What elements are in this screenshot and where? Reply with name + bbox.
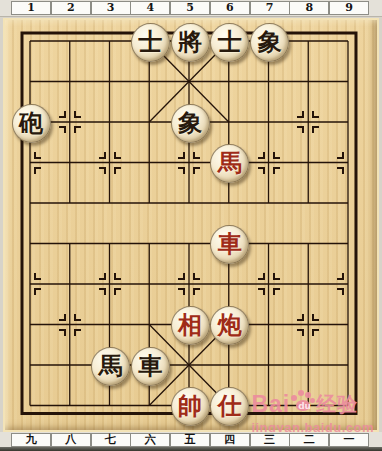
point-marker	[258, 152, 265, 159]
piece-red-elephant[interactable]: 相	[171, 306, 210, 345]
coordinate-cell: 五	[170, 433, 210, 447]
watermark-du-text: du	[298, 402, 311, 411]
point-marker	[34, 152, 41, 159]
point-marker	[74, 126, 81, 133]
point-marker	[74, 314, 81, 321]
point-marker	[273, 288, 280, 295]
point-marker	[74, 111, 81, 118]
point-marker	[178, 288, 185, 295]
point-marker	[193, 167, 200, 174]
piece-character: 車	[211, 226, 248, 263]
piece-character: 砲	[13, 105, 50, 142]
piece-black-advisor-left[interactable]: 士	[131, 23, 170, 62]
point-marker	[99, 167, 106, 174]
point-marker	[74, 329, 81, 336]
coordinate-cell: 四	[210, 433, 250, 447]
point-marker	[312, 314, 319, 321]
point-marker	[258, 167, 265, 174]
piece-black-elephant-right[interactable]: 象	[250, 23, 289, 62]
point-marker	[178, 152, 185, 159]
point-marker	[258, 288, 265, 295]
point-marker	[99, 273, 106, 280]
point-marker	[297, 329, 304, 336]
point-marker	[273, 152, 280, 159]
point-marker	[59, 126, 66, 133]
point-marker	[99, 288, 106, 295]
coordinate-cell: 一	[329, 433, 369, 447]
piece-character: 相	[172, 307, 209, 344]
point-marker	[34, 288, 41, 295]
piece-black-elephant-center[interactable]: 象	[171, 104, 210, 143]
point-marker	[337, 152, 344, 159]
point-marker	[59, 314, 66, 321]
point-marker	[178, 167, 185, 174]
coordinate-cell: 九	[11, 433, 51, 447]
coordinate-cell: 7	[250, 1, 290, 15]
coordinate-cell: 3	[91, 1, 131, 15]
point-marker	[297, 111, 304, 118]
xiangqi-board[interactable]: Bai du 经验 jingyan.baidu.com 士將士象砲象馬車相炮馬車…	[3, 18, 379, 432]
point-marker	[312, 111, 319, 118]
point-marker	[114, 152, 121, 159]
piece-black-horse[interactable]: 馬	[91, 347, 130, 386]
point-marker	[193, 152, 200, 159]
piece-character: 士	[132, 24, 169, 61]
point-marker	[337, 288, 344, 295]
watermark-suffix-text: 经验	[316, 392, 358, 416]
baidu-paw-icon: du	[291, 390, 315, 416]
point-marker	[59, 111, 66, 118]
piece-character: 炮	[211, 307, 248, 344]
point-marker	[34, 273, 41, 280]
point-marker	[34, 167, 41, 174]
point-marker	[99, 152, 106, 159]
point-marker	[114, 167, 121, 174]
point-marker	[114, 273, 121, 280]
point-marker	[337, 167, 344, 174]
file-coordinates-bottom: 九八七六五四三二一	[0, 432, 382, 448]
coordinate-cell: 8	[289, 1, 329, 15]
piece-red-chariot[interactable]: 車	[210, 225, 249, 264]
piece-character: 士	[211, 24, 248, 61]
piece-black-cannon[interactable]: 砲	[12, 104, 51, 143]
point-marker	[59, 329, 66, 336]
point-marker	[273, 273, 280, 280]
piece-red-horse[interactable]: 馬	[210, 144, 249, 183]
piece-character: 馬	[211, 145, 248, 182]
board-grid	[3, 18, 379, 432]
piece-character: 馬	[92, 348, 129, 385]
coordinate-cell: 六	[130, 433, 170, 447]
piece-red-general[interactable]: 帥	[171, 387, 210, 426]
coordinate-cell: 1	[11, 1, 51, 15]
piece-black-advisor-right[interactable]: 士	[210, 23, 249, 62]
piece-character: 仕	[211, 388, 248, 425]
point-marker	[193, 273, 200, 280]
coordinate-cell: 三	[250, 433, 290, 447]
piece-red-advisor[interactable]: 仕	[210, 387, 249, 426]
piece-red-cannon[interactable]: 炮	[210, 306, 249, 345]
coordinate-cell: 4	[130, 1, 170, 15]
coordinate-cell: 9	[329, 1, 369, 15]
point-marker	[178, 273, 185, 280]
piece-character: 象	[172, 105, 209, 142]
piece-black-general[interactable]: 將	[171, 23, 210, 62]
point-marker	[258, 273, 265, 280]
coordinate-cell: 2	[51, 1, 91, 15]
coordinate-cell: 二	[289, 433, 329, 447]
file-coordinates-top: 123456789	[0, 0, 382, 17]
point-marker	[312, 126, 319, 133]
piece-character: 將	[172, 24, 209, 61]
baidu-jingyan-watermark: Bai du 经验 jingyan.baidu.com	[251, 390, 374, 435]
coordinate-cell: 6	[210, 1, 250, 15]
point-marker	[337, 273, 344, 280]
xiangqi-app-window: 123456789 Bai du 经验 jingyan.baidu.com 士將…	[0, 0, 382, 451]
piece-black-chariot[interactable]: 車	[131, 347, 170, 386]
coordinate-cell: 5	[170, 1, 210, 15]
piece-character: 帥	[172, 388, 209, 425]
point-marker	[297, 314, 304, 321]
coordinate-cell: 八	[51, 433, 91, 447]
point-marker	[297, 126, 304, 133]
window-bottom-strip	[0, 447, 382, 451]
point-marker	[193, 288, 200, 295]
piece-character: 車	[132, 348, 169, 385]
point-marker	[273, 167, 280, 174]
point-marker	[114, 288, 121, 295]
coordinate-cell: 七	[91, 433, 131, 447]
point-marker	[312, 329, 319, 336]
piece-character: 象	[251, 24, 288, 61]
watermark-brand-text: Bai	[251, 392, 290, 416]
